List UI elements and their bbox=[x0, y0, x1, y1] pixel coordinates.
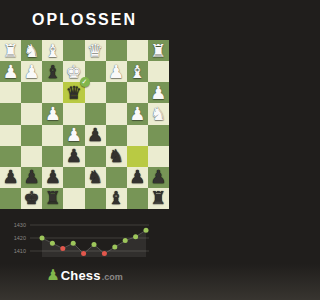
square-e1[interactable] bbox=[63, 40, 84, 61]
black-rook[interactable]: ♜ bbox=[150, 189, 166, 207]
white-knight[interactable]: ♞ bbox=[24, 42, 40, 60]
white-pawn[interactable]: ♟ bbox=[45, 105, 61, 123]
black-knight[interactable]: ♞ bbox=[108, 147, 124, 165]
square-g4[interactable] bbox=[21, 103, 42, 124]
white-queen[interactable]: ♛ bbox=[87, 42, 103, 60]
square-d4[interactable] bbox=[85, 103, 106, 124]
white-pawn[interactable]: ♟ bbox=[66, 126, 82, 144]
black-pawn[interactable]: ♟ bbox=[129, 168, 145, 186]
page-title: OPLOSSEN bbox=[32, 11, 137, 29]
black-rook[interactable]: ♜ bbox=[45, 189, 61, 207]
square-d6[interactable] bbox=[85, 146, 106, 167]
square-g6[interactable] bbox=[21, 146, 42, 167]
black-pawn[interactable]: ♟ bbox=[150, 168, 166, 186]
square-b6[interactable] bbox=[127, 146, 148, 167]
chart-point-incorrect bbox=[81, 251, 86, 256]
square-d8[interactable] bbox=[85, 188, 106, 209]
white-pawn[interactable]: ♟ bbox=[24, 63, 40, 81]
white-rook[interactable]: ♜ bbox=[150, 42, 166, 60]
square-b2[interactable]: ♝ bbox=[127, 61, 148, 82]
y-tick-label: 1420 bbox=[14, 235, 26, 241]
rating-chart: 143014201410 bbox=[0, 216, 169, 262]
black-pawn[interactable]: ♟ bbox=[87, 126, 103, 144]
square-h1[interactable]: ♜ bbox=[0, 40, 21, 61]
white-bishop[interactable]: ♝ bbox=[45, 42, 61, 60]
square-e6[interactable]: ♟ bbox=[63, 146, 84, 167]
square-c1[interactable] bbox=[106, 40, 127, 61]
chart-point-correct bbox=[144, 228, 149, 233]
square-e4[interactable] bbox=[63, 103, 84, 124]
black-queen[interactable]: ♛ bbox=[66, 84, 82, 102]
brand-tld-text: .com bbox=[102, 269, 123, 282]
black-pawn[interactable]: ♟ bbox=[2, 168, 18, 186]
square-a3[interactable]: ♟ bbox=[148, 82, 169, 103]
white-king[interactable]: ♚ bbox=[66, 63, 82, 81]
square-h7[interactable]: ♟ bbox=[0, 167, 21, 188]
chart-point-correct bbox=[40, 236, 45, 241]
chart-point-correct bbox=[50, 241, 55, 246]
square-c2[interactable]: ♟ bbox=[106, 61, 127, 82]
chess-board: ♜♞♝♛♜♟♟♝♚♟♝♛✓♟♟♟♞♟♟♟♞♟♟♟♞♟♟♚♜♝♜ bbox=[0, 40, 169, 209]
square-a1[interactable]: ♜ bbox=[148, 40, 169, 61]
square-f7[interactable]: ♟ bbox=[42, 167, 63, 188]
square-g1[interactable]: ♞ bbox=[21, 40, 42, 61]
black-knight[interactable]: ♞ bbox=[87, 168, 103, 186]
square-f1[interactable]: ♝ bbox=[42, 40, 63, 61]
white-rook[interactable]: ♜ bbox=[2, 42, 18, 60]
square-d1[interactable]: ♛ bbox=[85, 40, 106, 61]
chart-point-incorrect bbox=[102, 251, 107, 256]
chart-point-incorrect bbox=[60, 246, 65, 251]
square-a4[interactable]: ♞ bbox=[148, 103, 169, 124]
y-tick-label: 1430 bbox=[14, 222, 26, 228]
square-b7[interactable]: ♟ bbox=[127, 167, 148, 188]
square-a7[interactable]: ♟ bbox=[148, 167, 169, 188]
chart-point-correct bbox=[71, 241, 76, 246]
square-g2[interactable]: ♟ bbox=[21, 61, 42, 82]
square-g5[interactable] bbox=[21, 125, 42, 146]
y-tick-label: 1410 bbox=[14, 248, 26, 254]
square-c8[interactable]: ♝ bbox=[106, 188, 127, 209]
square-b5[interactable] bbox=[127, 125, 148, 146]
black-pawn[interactable]: ♟ bbox=[66, 147, 82, 165]
white-pawn[interactable]: ♟ bbox=[129, 105, 145, 123]
square-b3[interactable] bbox=[127, 82, 148, 103]
square-g3[interactable] bbox=[21, 82, 42, 103]
white-pawn[interactable]: ♟ bbox=[108, 63, 124, 81]
square-h8[interactable] bbox=[0, 188, 21, 209]
square-h6[interactable] bbox=[0, 146, 21, 167]
square-f2[interactable]: ♝ bbox=[42, 61, 63, 82]
square-f8[interactable]: ♜ bbox=[42, 188, 63, 209]
square-b4[interactable]: ♟ bbox=[127, 103, 148, 124]
square-f6[interactable] bbox=[42, 146, 63, 167]
square-b1[interactable] bbox=[127, 40, 148, 61]
header: OPLOSSEN bbox=[0, 0, 169, 40]
square-a6[interactable] bbox=[148, 146, 169, 167]
square-c3[interactable] bbox=[106, 82, 127, 103]
brand-text: Chess bbox=[61, 268, 101, 283]
square-e7[interactable] bbox=[63, 167, 84, 188]
square-c5[interactable] bbox=[106, 125, 127, 146]
chart-point-correct bbox=[92, 242, 97, 247]
square-d5[interactable]: ♟ bbox=[85, 125, 106, 146]
white-pawn[interactable]: ♟ bbox=[2, 63, 18, 81]
square-c4[interactable] bbox=[106, 103, 127, 124]
black-bishop[interactable]: ♝ bbox=[45, 63, 61, 81]
white-bishop[interactable]: ♝ bbox=[129, 63, 145, 81]
square-h4[interactable] bbox=[0, 103, 21, 124]
correct-move-check-icon: ✓ bbox=[80, 77, 90, 87]
square-f3[interactable] bbox=[42, 82, 63, 103]
square-h2[interactable]: ♟ bbox=[0, 61, 21, 82]
square-b8[interactable] bbox=[127, 188, 148, 209]
square-a5[interactable] bbox=[148, 125, 169, 146]
chart-point-correct bbox=[123, 238, 128, 243]
square-a8[interactable]: ♜ bbox=[148, 188, 169, 209]
square-g7[interactable]: ♟ bbox=[21, 167, 42, 188]
black-king[interactable]: ♚ bbox=[24, 189, 40, 207]
square-g8[interactable]: ♚ bbox=[21, 188, 42, 209]
square-h3[interactable] bbox=[0, 82, 21, 103]
square-e8[interactable] bbox=[63, 188, 84, 209]
square-e5[interactable]: ♟ bbox=[63, 125, 84, 146]
black-pawn[interactable]: ♟ bbox=[45, 168, 61, 186]
chart-point-correct bbox=[112, 245, 117, 250]
square-e3[interactable]: ♛✓ bbox=[63, 82, 84, 103]
square-f4[interactable]: ♟ bbox=[42, 103, 63, 124]
square-c6[interactable]: ♞ bbox=[106, 146, 127, 167]
pawn-logo-icon: ♟ bbox=[46, 268, 59, 283]
chesscom-logo: ♟ Chess .com bbox=[0, 265, 169, 285]
chart-point-correct bbox=[133, 234, 138, 239]
square-h5[interactable] bbox=[0, 125, 21, 146]
square-a2[interactable] bbox=[148, 61, 169, 82]
black-bishop[interactable]: ♝ bbox=[108, 189, 124, 207]
square-d7[interactable]: ♞ bbox=[85, 167, 106, 188]
square-c7[interactable] bbox=[106, 167, 127, 188]
black-pawn[interactable]: ♟ bbox=[24, 168, 40, 186]
white-pawn[interactable]: ♟ bbox=[150, 84, 166, 102]
square-f5[interactable] bbox=[42, 125, 63, 146]
white-knight[interactable]: ♞ bbox=[150, 105, 166, 123]
